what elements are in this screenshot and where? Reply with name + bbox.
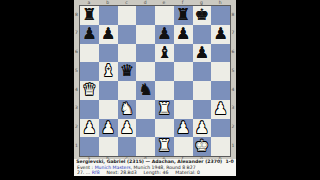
piece-white-pawn[interactable]: ♟ — [211, 100, 230, 119]
piece-white-pawn[interactable]: ♟ — [99, 119, 118, 138]
square-b4[interactable] — [99, 81, 118, 100]
square-g1[interactable]: ♚ — [193, 137, 212, 156]
piece-white-pawn[interactable]: ♟ — [80, 119, 99, 138]
length-value: 46 — [162, 170, 168, 175]
square-b6[interactable] — [99, 44, 118, 63]
piece-black-queen[interactable]: ♛ — [118, 62, 137, 81]
rank-label-right-4: 4 — [230, 81, 236, 100]
square-e7[interactable]: ♟ — [155, 25, 174, 44]
file-label-top-g: g — [192, 0, 211, 5]
game-info-caption: Sergievski, Gabriel (2315) — Adachan, Al… — [74, 159, 236, 176]
square-b2[interactable]: ♟ — [99, 119, 118, 138]
square-g8[interactable]: ♚ — [193, 6, 212, 25]
next-label: Next: — [107, 170, 119, 175]
piece-white-pawn[interactable]: ♟ — [174, 119, 193, 138]
file-label-top-h: h — [211, 0, 230, 5]
square-c2[interactable]: ♟ — [118, 119, 137, 138]
square-a2[interactable]: ♟ — [80, 119, 99, 138]
square-g5[interactable] — [193, 62, 212, 81]
square-e1[interactable]: ♜ — [155, 137, 174, 156]
chess-board: ♜♜♚♟♟♟♟♟♝♟♝♛♛♞♞♜♟♟♟♟♟♟♜♚ — [79, 5, 231, 157]
square-f3[interactable] — [174, 100, 193, 119]
last-move-link[interactable]: Rf8 — [92, 170, 100, 175]
game-result: 1-0 — [225, 159, 233, 164]
rank-label-left-3: 3 — [74, 99, 80, 118]
square-f4[interactable] — [174, 81, 193, 100]
square-g7[interactable] — [193, 25, 212, 44]
piece-white-pawn[interactable]: ♟ — [118, 119, 137, 138]
event-link[interactable]: Munich Masters — [95, 165, 131, 170]
piece-black-pawn[interactable]: ♟ — [155, 25, 174, 44]
square-f5[interactable] — [174, 62, 193, 81]
piece-black-knight[interactable]: ♞ — [136, 81, 155, 100]
square-c7[interactable] — [118, 25, 137, 44]
square-e5[interactable] — [155, 62, 174, 81]
piece-black-pawn[interactable]: ♟ — [174, 25, 193, 44]
square-e4[interactable] — [155, 81, 174, 100]
square-a3[interactable] — [80, 100, 99, 119]
square-h7[interactable]: ♟ — [211, 25, 230, 44]
material-value: 0 — [197, 170, 200, 175]
square-g6[interactable]: ♟ — [193, 44, 212, 63]
next-move-value: 28.Bd3 — [120, 170, 136, 175]
square-b5[interactable]: ♝ — [99, 62, 118, 81]
rank-label-right-2: 2 — [230, 118, 236, 137]
square-e2[interactable] — [155, 119, 174, 138]
square-f7[interactable]: ♟ — [174, 25, 193, 44]
square-f8[interactable]: ♜ — [174, 6, 193, 25]
square-h5[interactable] — [211, 62, 230, 81]
piece-black-pawn[interactable]: ♟ — [211, 25, 230, 44]
piece-black-rook[interactable]: ♜ — [80, 6, 99, 25]
square-c3[interactable]: ♞ — [118, 100, 137, 119]
square-g4[interactable] — [193, 81, 212, 100]
file-label-top-a: a — [80, 0, 99, 5]
event-label: Event : — [77, 165, 93, 170]
material-label: Material: — [175, 170, 195, 175]
square-d2[interactable] — [136, 119, 155, 138]
square-d5[interactable] — [136, 62, 155, 81]
piece-white-king[interactable]: ♚ — [193, 137, 212, 156]
event-rest: , Munich 1948, Round 8 B27 — [131, 165, 196, 170]
square-d6[interactable] — [136, 44, 155, 63]
piece-black-rook[interactable]: ♜ — [174, 6, 193, 25]
square-d7[interactable] — [136, 25, 155, 44]
piece-black-pawn[interactable]: ♟ — [99, 25, 118, 44]
square-a6[interactable] — [80, 44, 99, 63]
square-h2[interactable] — [211, 119, 230, 138]
square-h3[interactable]: ♟ — [211, 100, 230, 119]
square-f6[interactable] — [174, 44, 193, 63]
rank-label-right-8: 8 — [230, 6, 236, 25]
square-c4[interactable] — [118, 81, 137, 100]
square-e6[interactable]: ♝ — [155, 44, 174, 63]
rank-label-right-7: 7 — [230, 24, 236, 43]
square-g3[interactable] — [193, 100, 212, 119]
rank-label-left-1: 1 — [74, 137, 80, 156]
square-h8[interactable] — [211, 6, 230, 25]
rank-label-left-8: 8 — [74, 6, 80, 25]
piece-white-queen[interactable]: ♛ — [80, 81, 99, 100]
square-f1[interactable] — [174, 137, 193, 156]
rank-label-left-2: 2 — [74, 118, 80, 137]
square-f2[interactable]: ♟ — [174, 119, 193, 138]
square-c5[interactable]: ♛ — [118, 62, 137, 81]
square-a1[interactable] — [80, 137, 99, 156]
square-h4[interactable] — [211, 81, 230, 100]
file-label-top-f: f — [173, 0, 192, 5]
square-e3[interactable]: ♜ — [155, 100, 174, 119]
players-names: Sergievski, Gabriel (2315) — Adachan, Al… — [76, 159, 222, 164]
piece-white-rook[interactable]: ♜ — [155, 137, 174, 156]
square-d1[interactable] — [136, 137, 155, 156]
square-d8[interactable] — [136, 6, 155, 25]
length-label: Length: — [144, 170, 161, 175]
move-status-line: 27. … Rf8Next: 28.Bd3Length: 46Material:… — [74, 170, 236, 176]
rank-label-right-3: 3 — [230, 99, 236, 118]
file-label-top-e: e — [155, 0, 174, 5]
file-label-top-c: c — [117, 0, 136, 5]
piece-white-pawn[interactable]: ♟ — [193, 119, 212, 138]
piece-black-pawn[interactable]: ♟ — [193, 44, 212, 63]
piece-white-bishop[interactable]: ♝ — [99, 62, 118, 81]
piece-white-knight[interactable]: ♞ — [118, 100, 137, 119]
square-d4[interactable]: ♞ — [136, 81, 155, 100]
rank-label-left-4: 4 — [74, 81, 80, 100]
rank-label-right-5: 5 — [230, 62, 236, 81]
square-a4[interactable]: ♛ — [80, 81, 99, 100]
rank-label-left-7: 7 — [74, 24, 80, 43]
file-label-top-d: d — [136, 0, 155, 5]
square-c1[interactable] — [118, 137, 137, 156]
square-e8[interactable] — [155, 6, 174, 25]
rank-label-left-6: 6 — [74, 43, 80, 62]
board-panel: ♜♜♚♟♟♟♟♟♝♟♝♛♛♞♞♜♟♟♟♟♟♟♜♚ aabbccddeeffggh… — [74, 0, 236, 176]
square-b8[interactable] — [99, 6, 118, 25]
file-label-top-b: b — [98, 0, 117, 5]
piece-black-bishop[interactable]: ♝ — [155, 44, 174, 63]
rank-label-right-6: 6 — [230, 43, 236, 62]
rank-label-left-5: 5 — [74, 62, 80, 81]
square-a8[interactable]: ♜ — [80, 6, 99, 25]
rank-label-right-1: 1 — [230, 137, 236, 156]
square-d3[interactable] — [136, 100, 155, 119]
square-c8[interactable] — [118, 6, 137, 25]
square-b7[interactable]: ♟ — [99, 25, 118, 44]
square-a5[interactable] — [80, 62, 99, 81]
piece-black-pawn[interactable]: ♟ — [80, 25, 99, 44]
move-number: 27. … — [77, 170, 90, 175]
square-a7[interactable]: ♟ — [80, 25, 99, 44]
piece-white-rook[interactable]: ♜ — [155, 100, 174, 119]
square-g2[interactable]: ♟ — [193, 119, 212, 138]
square-h6[interactable] — [211, 44, 230, 63]
square-c6[interactable] — [118, 44, 137, 63]
square-h1[interactable] — [211, 137, 230, 156]
square-b3[interactable] — [99, 100, 118, 119]
piece-black-king[interactable]: ♚ — [193, 6, 212, 25]
square-b1[interactable] — [99, 137, 118, 156]
